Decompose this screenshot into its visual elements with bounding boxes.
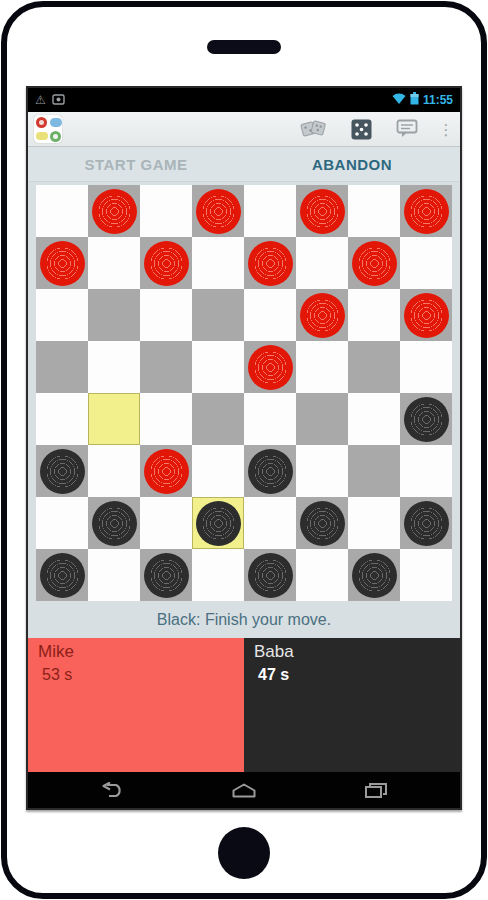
red-checker-piece[interactable] [144,241,189,286]
phone-mockup: ⚠ 11:55 [0,0,488,900]
android-status-bar: ⚠ 11:55 [28,88,460,112]
square-r1c3[interactable] [192,237,244,289]
square-r6c6[interactable] [348,497,400,549]
red-checker-piece[interactable] [300,293,345,338]
square-r2c3[interactable] [192,289,244,341]
square-r2c5[interactable] [296,289,348,341]
red-checker-piece[interactable] [196,189,241,234]
square-r1c2[interactable] [140,237,192,289]
black-player-name: Baba [254,642,450,662]
square-r6c7[interactable] [400,497,452,549]
die-icon[interactable] [351,119,372,140]
square-r3c7[interactable] [400,341,452,393]
red-checker-piece[interactable] [248,345,293,390]
square-r6c4[interactable] [244,497,296,549]
battery-icon [410,92,419,108]
square-r1c5[interactable] [296,237,348,289]
back-button[interactable] [92,775,132,805]
square-r1c4[interactable] [244,237,296,289]
red-checker-piece[interactable] [92,189,137,234]
square-r6c0[interactable] [36,497,88,549]
chat-icon[interactable] [396,119,418,139]
square-r1c6[interactable] [348,237,400,289]
square-r1c1[interactable] [88,237,140,289]
square-r2c7[interactable] [400,289,452,341]
square-r0c7[interactable] [400,185,452,237]
black-player-clock: 47 s [254,666,450,684]
black-checker-piece[interactable] [40,449,85,494]
square-r4c5[interactable] [296,393,348,445]
square-r7c7[interactable] [400,549,452,601]
square-r0c5[interactable] [296,185,348,237]
black-checker-piece[interactable] [404,501,449,546]
logo-green-shape [50,131,61,142]
square-r6c2[interactable] [140,497,192,549]
red-checker-piece[interactable] [40,241,85,286]
square-r1c7[interactable] [400,237,452,289]
logo-red-shape [36,117,47,128]
square-r0c3[interactable] [192,185,244,237]
action-bar: START GAME ABANDON [28,147,460,182]
player-panel-red[interactable]: Mike 53 s [28,638,244,772]
red-checker-piece[interactable] [144,449,189,494]
home-button-nav[interactable] [224,775,264,805]
square-r7c1[interactable] [88,549,140,601]
app-logo[interactable] [34,115,62,143]
square-r0c1[interactable] [88,185,140,237]
dice-pair-icon[interactable] [299,119,327,139]
square-r0c6[interactable] [348,185,400,237]
square-r2c2[interactable] [140,289,192,341]
square-r2c0[interactable] [36,289,88,341]
square-r5c6[interactable] [348,445,400,497]
square-r5c1[interactable] [88,445,140,497]
screenshot-icon [52,94,65,107]
red-player-clock: 53 s [38,666,234,684]
red-checker-piece[interactable] [404,189,449,234]
square-r2c4[interactable] [244,289,296,341]
app-toolbar: ⋮ [28,112,460,147]
red-checker-piece[interactable] [248,241,293,286]
screen: ⚠ 11:55 [26,86,462,810]
square-r3c2[interactable] [140,341,192,393]
square-r7c6[interactable] [348,549,400,601]
square-r3c0[interactable] [36,341,88,393]
square-r5c5[interactable] [296,445,348,497]
status-bar-clock: 11:55 [423,93,453,107]
black-checker-piece[interactable] [196,501,241,546]
square-r6c1[interactable] [88,497,140,549]
recents-button[interactable] [356,775,396,805]
square-r4c3[interactable] [192,393,244,445]
black-checker-piece[interactable] [40,553,85,598]
android-nav-bar [28,772,460,808]
red-checker-piece[interactable] [300,189,345,234]
square-r5c0[interactable] [36,445,88,497]
square-r5c3[interactable] [192,445,244,497]
checkers-board [36,185,452,601]
square-r7c4[interactable] [244,549,296,601]
overflow-menu-icon[interactable]: ⋮ [442,125,450,134]
square-r2c1[interactable] [88,289,140,341]
square-r3c5[interactable] [296,341,348,393]
square-r7c3[interactable] [192,549,244,601]
game-status-message: Black: Finish your move. [28,602,460,638]
black-checker-piece[interactable] [248,449,293,494]
square-r4c4[interactable] [244,393,296,445]
red-checker-piece[interactable] [352,241,397,286]
black-checker-piece[interactable] [300,501,345,546]
black-checker-piece[interactable] [92,501,137,546]
wifi-icon [392,93,406,108]
square-r5c4[interactable] [244,445,296,497]
warning-icon: ⚠ [35,94,46,106]
square-r7c5[interactable] [296,549,348,601]
black-checker-piece[interactable] [144,553,189,598]
player-panels: Mike 53 s Baba 47 s [28,638,460,772]
square-r4c0[interactable] [36,393,88,445]
phone-home-button[interactable] [218,827,270,879]
phone-speaker [207,40,281,54]
square-r7c0[interactable] [36,549,88,601]
square-r0c0[interactable] [36,185,88,237]
start-game-button[interactable]: START GAME [28,147,244,181]
square-r5c7[interactable] [400,445,452,497]
square-r2c6[interactable] [348,289,400,341]
black-checker-piece[interactable] [404,397,449,442]
square-r4c2[interactable] [140,393,192,445]
red-checker-piece[interactable] [404,293,449,338]
square-r4c1[interactable] [88,393,140,445]
board-area [28,182,460,602]
square-r5c2[interactable] [140,445,192,497]
black-checker-piece[interactable] [248,553,293,598]
square-r6c5[interactable] [296,497,348,549]
black-checker-piece[interactable] [352,553,397,598]
square-r0c2[interactable] [140,185,192,237]
square-r3c3[interactable] [192,341,244,393]
red-player-name: Mike [38,642,234,662]
square-r0c4[interactable] [244,185,296,237]
player-panel-black[interactable]: Baba 47 s [244,638,460,772]
logo-yellow-shape [36,132,48,140]
square-r7c2[interactable] [140,549,192,601]
square-r1c0[interactable] [36,237,88,289]
square-r4c7[interactable] [400,393,452,445]
square-r3c6[interactable] [348,341,400,393]
abandon-button[interactable]: ABANDON [244,147,460,181]
square-r4c6[interactable] [348,393,400,445]
square-r3c1[interactable] [88,341,140,393]
logo-blue-shape [50,118,62,127]
square-r3c4[interactable] [244,341,296,393]
square-r6c3[interactable] [192,497,244,549]
